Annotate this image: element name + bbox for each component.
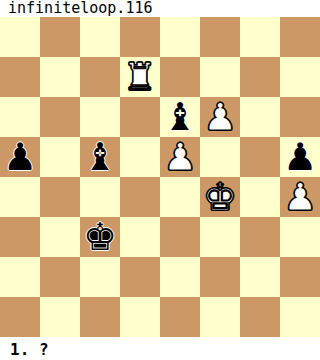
piece-black-king[interactable]: ♚ — [83, 217, 117, 257]
square-a6[interactable] — [0, 97, 40, 137]
square-g8[interactable] — [240, 17, 280, 57]
square-d2[interactable] — [120, 257, 160, 297]
square-g3[interactable] — [240, 217, 280, 257]
square-d5[interactable] — [120, 137, 160, 177]
square-e3[interactable] — [160, 217, 200, 257]
square-a3[interactable] — [0, 217, 40, 257]
piece-white-pawn[interactable]: ♟ — [163, 137, 197, 177]
square-a2[interactable] — [0, 257, 40, 297]
square-g4[interactable] — [240, 177, 280, 217]
page-title: infiniteloop.116 — [0, 0, 320, 17]
square-g7[interactable] — [240, 57, 280, 97]
square-e7[interactable] — [160, 57, 200, 97]
square-c6[interactable] — [80, 97, 120, 137]
square-b2[interactable] — [40, 257, 80, 297]
move-prompt: 1. ? — [0, 337, 320, 360]
square-e8[interactable] — [160, 17, 200, 57]
square-b4[interactable] — [40, 177, 80, 217]
square-b1[interactable] — [40, 297, 80, 337]
square-c5[interactable]: ♝ — [80, 137, 120, 177]
square-h1[interactable] — [280, 297, 320, 337]
square-g2[interactable] — [240, 257, 280, 297]
piece-black-pawn[interactable]: ♟ — [3, 137, 37, 177]
square-c1[interactable] — [80, 297, 120, 337]
square-f2[interactable] — [200, 257, 240, 297]
square-c4[interactable] — [80, 177, 120, 217]
square-d6[interactable] — [120, 97, 160, 137]
square-a4[interactable] — [0, 177, 40, 217]
square-b3[interactable] — [40, 217, 80, 257]
square-g1[interactable] — [240, 297, 280, 337]
piece-black-bishop[interactable]: ♝ — [83, 137, 117, 177]
square-h4[interactable]: ♟ — [280, 177, 320, 217]
square-d3[interactable] — [120, 217, 160, 257]
square-b8[interactable] — [40, 17, 80, 57]
square-h6[interactable] — [280, 97, 320, 137]
square-e6[interactable]: ♝ — [160, 97, 200, 137]
square-b7[interactable] — [40, 57, 80, 97]
square-e2[interactable] — [160, 257, 200, 297]
square-f7[interactable] — [200, 57, 240, 97]
square-f6[interactable]: ♟ — [200, 97, 240, 137]
square-h2[interactable] — [280, 257, 320, 297]
square-a1[interactable] — [0, 297, 40, 337]
square-e5[interactable]: ♟ — [160, 137, 200, 177]
square-f8[interactable] — [200, 17, 240, 57]
piece-black-bishop[interactable]: ♝ — [163, 97, 197, 137]
square-c3[interactable]: ♚ — [80, 217, 120, 257]
square-g6[interactable] — [240, 97, 280, 137]
piece-black-pawn[interactable]: ♟ — [283, 137, 317, 177]
square-c2[interactable] — [80, 257, 120, 297]
square-b6[interactable] — [40, 97, 80, 137]
square-f5[interactable] — [200, 137, 240, 177]
square-h7[interactable] — [280, 57, 320, 97]
square-g5[interactable] — [240, 137, 280, 177]
square-a5[interactable]: ♟ — [0, 137, 40, 177]
square-e4[interactable] — [160, 177, 200, 217]
square-f3[interactable] — [200, 217, 240, 257]
square-h3[interactable] — [280, 217, 320, 257]
piece-white-pawn[interactable]: ♟ — [283, 177, 317, 217]
square-h8[interactable] — [280, 17, 320, 57]
square-d7[interactable]: ♜ — [120, 57, 160, 97]
square-a8[interactable] — [0, 17, 40, 57]
square-c8[interactable] — [80, 17, 120, 57]
piece-white-king[interactable]: ♚ — [203, 177, 237, 217]
square-b5[interactable] — [40, 137, 80, 177]
piece-white-rook[interactable]: ♜ — [123, 57, 157, 97]
square-f4[interactable]: ♚ — [200, 177, 240, 217]
square-d8[interactable] — [120, 17, 160, 57]
square-f1[interactable] — [200, 297, 240, 337]
piece-white-pawn[interactable]: ♟ — [203, 97, 237, 137]
square-a7[interactable] — [0, 57, 40, 97]
chess-diagram-window: infiniteloop.116 ♜♝♟♟♝♟♟♚♟♚ 1. ? — [0, 0, 320, 360]
square-d4[interactable] — [120, 177, 160, 217]
square-c7[interactable] — [80, 57, 120, 97]
square-d1[interactable] — [120, 297, 160, 337]
chess-board: ♜♝♟♟♝♟♟♚♟♚ — [0, 17, 320, 337]
square-h5[interactable]: ♟ — [280, 137, 320, 177]
square-e1[interactable] — [160, 297, 200, 337]
